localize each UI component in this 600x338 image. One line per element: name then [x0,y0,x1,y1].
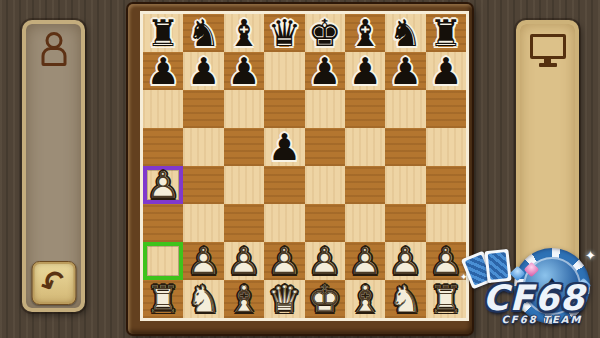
square-g1[interactable]: ♞♘ [385,280,425,318]
square-e3[interactable] [305,204,345,242]
piece-black-pawn: ♟ [426,52,466,90]
square-e1[interactable]: ♚♔ [305,280,345,318]
square-b1[interactable]: ♞♘ [183,280,223,318]
square-f1[interactable]: ♝♗ [345,280,385,318]
square-h1[interactable]: ♜♖ [426,280,466,318]
piece-white-pawn: ♟♙ [264,242,304,280]
square-a7[interactable]: ♟ [143,52,183,90]
piece-black-pawn: ♟ [224,52,264,90]
square-f2[interactable]: ♟♙ [345,242,385,280]
sparkle-icon: ✦ [585,248,596,263]
square-h4[interactable] [426,166,466,204]
square-g6[interactable] [385,90,425,128]
piece-black-pawn: ♟ [305,52,345,90]
piece-white-pawn: ♟♙ [224,242,264,280]
piece-black-pawn: ♟ [183,52,223,90]
square-f5[interactable] [345,128,385,166]
square-b2[interactable]: ♟♙ [183,242,223,280]
piece-white-pawn: ♟♙ [183,242,223,280]
square-c2[interactable]: ♟♙ [224,242,264,280]
square-e8[interactable]: ♚ [305,14,345,52]
piece-black-pawn: ♟ [385,52,425,90]
square-a4-highlighted[interactable]: ♟♙ [143,166,183,204]
square-b7[interactable]: ♟ [183,52,223,90]
piece-white-rook: ♜♖ [143,280,183,318]
square-f4[interactable] [345,166,385,204]
square-b4[interactable] [183,166,223,204]
square-e7[interactable]: ♟ [305,52,345,90]
square-h8[interactable]: ♜ [426,14,466,52]
piece-black-queen: ♛ [264,14,304,52]
square-g4[interactable] [385,166,425,204]
square-f8[interactable]: ♝ [345,14,385,52]
piece-white-pawn: ♟♙ [426,242,466,280]
square-f7[interactable]: ♟ [345,52,385,90]
square-h7[interactable]: ♟ [426,52,466,90]
square-h3[interactable] [426,204,466,242]
undo-button[interactable]: ↶ [31,261,76,305]
piece-white-knight: ♞♘ [385,280,425,318]
square-a1[interactable]: ♜♖ [143,280,183,318]
piece-black-king: ♚ [305,14,345,52]
player-panel: ↶ [22,20,85,312]
square-a5[interactable] [143,128,183,166]
piece-white-queen: ♛♕ [264,280,304,318]
piece-black-rook: ♜ [426,14,466,52]
piece-white-bishop: ♝♗ [224,280,264,318]
square-c1[interactable]: ♝♗ [224,280,264,318]
piece-white-pawn: ♟♙ [345,242,385,280]
square-e6[interactable] [305,90,345,128]
square-h6[interactable] [426,90,466,128]
square-c4[interactable] [224,166,264,204]
piece-black-rook: ♜ [143,14,183,52]
square-c7[interactable]: ♟ [224,52,264,90]
square-d8[interactable]: ♛ [264,14,304,52]
square-g3[interactable] [385,204,425,242]
square-d7[interactable] [264,52,304,90]
square-d5[interactable]: ♟ [264,128,304,166]
computer-icon-screen [530,34,566,59]
square-g2[interactable]: ♟♙ [385,242,425,280]
square-d4[interactable] [264,166,304,204]
square-c6[interactable] [224,90,264,128]
computer-icon [530,34,566,67]
piece-black-pawn: ♟ [345,52,385,90]
computer-panel [516,20,579,312]
piece-white-rook: ♜♖ [426,280,466,318]
undo-arrow-icon: ↶ [36,264,71,302]
square-b6[interactable] [183,90,223,128]
square-c8[interactable]: ♝ [224,14,264,52]
square-g7[interactable]: ♟ [385,52,425,90]
square-d2[interactable]: ♟♙ [264,242,304,280]
piece-white-king: ♚♔ [305,280,345,318]
playing-card-icon [484,249,511,283]
person-icon [41,32,67,66]
piece-white-pawn: ♟♙ [385,242,425,280]
square-e5[interactable] [305,128,345,166]
square-d3[interactable] [264,204,304,242]
square-g5[interactable] [385,128,425,166]
chess-board-frame: ♜♞♝♛♚♝♞♜♟♟♟♟♟♟♟♟♟♙♟♙♟♙♟♙♟♙♟♙♟♙♟♙♜♖♞♘♝♗♛♕… [128,4,472,334]
square-f3[interactable] [345,204,385,242]
square-c5[interactable] [224,128,264,166]
square-e2[interactable]: ♟♙ [305,242,345,280]
piece-white-pawn: ♟♙ [143,166,183,204]
chess-app: ↶ ♜♞♝♛♚♝♞♜♟♟♟♟♟♟♟♟♟♙♟♙♟♙♟♙♟♙♟♙♟♙♟♙♜♖♞♘♝♗… [0,0,600,338]
square-a3[interactable] [143,204,183,242]
square-a8[interactable]: ♜ [143,14,183,52]
square-b8[interactable]: ♞ [183,14,223,52]
piece-black-bishop: ♝ [224,14,264,52]
square-d6[interactable] [264,90,304,128]
square-b3[interactable] [183,204,223,242]
square-h2[interactable]: ♟♙ [426,242,466,280]
logo-subtitle: CF68 TEAM [490,314,594,325]
piece-black-pawn: ♟ [143,52,183,90]
square-f6[interactable] [345,90,385,128]
piece-black-knight: ♞ [183,14,223,52]
piece-white-pawn: ♟♙ [305,242,345,280]
computer-panel-button[interactable] [525,261,570,305]
square-h5[interactable] [426,128,466,166]
square-d1[interactable]: ♛♕ [264,280,304,318]
computer-icon-base [539,63,557,67]
square-c3[interactable] [224,204,264,242]
square-g8[interactable]: ♞ [385,14,425,52]
person-icon-torso [41,47,66,66]
piece-black-knight: ♞ [385,14,425,52]
piece-black-bishop: ♝ [345,14,385,52]
piece-black-pawn: ♟ [264,128,304,166]
square-a2-highlighted[interactable] [143,242,183,280]
chess-board: ♜♞♝♛♚♝♞♜♟♟♟♟♟♟♟♟♟♙♟♙♟♙♟♙♟♙♟♙♟♙♟♙♜♖♞♘♝♗♛♕… [143,14,466,318]
square-a6[interactable] [143,90,183,128]
square-e4[interactable] [305,166,345,204]
piece-white-knight: ♞♘ [183,280,223,318]
piece-white-bishop: ♝♗ [345,280,385,318]
square-b5[interactable] [183,128,223,166]
